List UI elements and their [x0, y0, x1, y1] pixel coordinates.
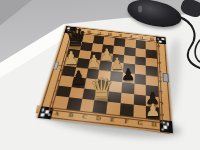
coordinate-label: 7	[156, 52, 167, 57]
coordinate-label: H	[147, 122, 161, 129]
coordinate-label: F	[119, 118, 133, 125]
mouse-wheel-icon	[138, 5, 142, 12]
piece-white-queen-d2[interactable]: ♛	[89, 75, 114, 103]
coordinate-label: D	[91, 115, 106, 122]
piece-white-pawn-c5[interactable]: ♟	[87, 53, 102, 70]
coordinate-label: 1	[159, 111, 173, 119]
square-f1[interactable]	[119, 103, 133, 116]
coordinate-label: A	[49, 111, 64, 118]
piece-black-pawn-f4[interactable]: ♟	[121, 67, 135, 83]
coordinate-label: G	[133, 120, 147, 127]
coordinate-label: 8	[156, 44, 167, 49]
coordinate-label: 6	[157, 60, 169, 66]
piece-white-pawn-h1[interactable]: ♟	[145, 102, 160, 119]
coordinate-label: C	[77, 114, 92, 121]
hinge-icon	[162, 73, 168, 83]
coordinate-label: E	[105, 117, 119, 124]
piece-white-pawn-a5[interactable]: ♟	[63, 49, 79, 67]
mouse-cable-coil	[179, 0, 200, 19]
piece-black-pawn-b3[interactable]: ♟	[70, 69, 87, 87]
photo-scene: ABCDEFGH ABCDEFGH 87654321 87654321 ♛♟♟♟…	[0, 0, 200, 150]
coordinate-label: B	[63, 112, 78, 119]
